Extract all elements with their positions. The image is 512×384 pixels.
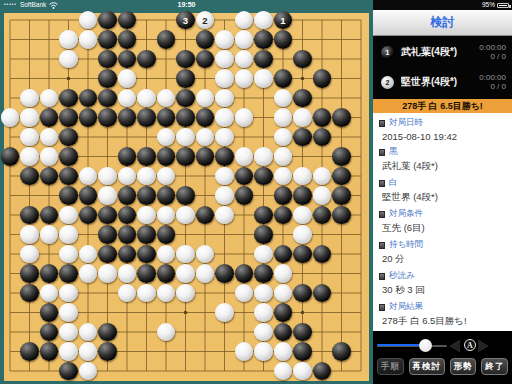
black-stone <box>40 342 59 361</box>
list-bullet-icon <box>379 180 385 187</box>
white-stone <box>137 89 156 108</box>
info-value: 武礼葉 (4段*) <box>382 160 512 173</box>
black-stone <box>196 30 215 49</box>
black-stone <box>157 108 176 127</box>
black-stone <box>137 225 156 244</box>
info-item: 対局結果278手 白 6.5目勝ち! <box>373 301 512 328</box>
info-item: 対局条件互先 (6目) <box>373 208 512 235</box>
black-stone <box>332 108 351 127</box>
white-stone <box>215 167 234 186</box>
black-stone <box>254 50 273 69</box>
white-stone <box>215 30 234 49</box>
black-stone <box>293 284 312 303</box>
result-banner: 278手 白 6.5目勝ち! <box>373 99 512 113</box>
white-stone <box>254 342 273 361</box>
white-stone <box>293 206 312 225</box>
list-bullet-icon <box>379 304 385 311</box>
black-stone <box>137 186 156 205</box>
player-clock: 0:00:00 0 / 0 <box>479 43 506 61</box>
black-stone <box>332 167 351 186</box>
white-stone <box>98 167 117 186</box>
info-value: 互先 (6目) <box>382 222 512 235</box>
white-stone <box>79 30 98 49</box>
info-item: 持ち時間20 分 <box>373 239 512 266</box>
white-stone <box>254 323 273 342</box>
white-stone <box>20 108 39 127</box>
black-stone <box>274 186 293 205</box>
black-stone <box>157 264 176 283</box>
panel-button-再検討[interactable]: 再検討 <box>409 358 445 375</box>
black-stone <box>118 186 137 205</box>
white-stone <box>137 167 156 186</box>
battery-icon <box>497 3 509 8</box>
go-board[interactable]: 321 <box>4 13 369 381</box>
black-stone <box>137 147 156 166</box>
autoplay-icon[interactable]: A <box>464 339 476 351</box>
black-stone <box>235 186 254 205</box>
black-stone <box>98 245 117 264</box>
black-stone <box>293 342 312 361</box>
white-stone <box>215 128 234 147</box>
white-stone <box>254 147 273 166</box>
black-stone <box>98 50 117 69</box>
black-stone <box>176 147 195 166</box>
black-stone <box>313 108 332 127</box>
black-stone <box>59 147 78 166</box>
black-stone <box>332 147 351 166</box>
white-stone <box>20 225 39 244</box>
white-stone <box>215 186 234 205</box>
white-stone <box>293 108 312 127</box>
black-stone <box>215 147 234 166</box>
white-stone <box>274 108 293 127</box>
black-stone <box>20 342 39 361</box>
white-stone <box>215 89 234 108</box>
black-stone <box>98 206 117 225</box>
black-stone <box>293 50 312 69</box>
info-value: 278手 白 6.5目勝ち! <box>382 315 512 328</box>
white-stone <box>59 284 78 303</box>
white-stone <box>235 30 254 49</box>
white-stone <box>235 342 254 361</box>
white-stone <box>20 128 39 147</box>
black-stone <box>274 69 293 88</box>
list-bullet-icon <box>379 242 385 249</box>
white-stone <box>254 284 273 303</box>
game-info-list: 対局日時2015-08-10 19:42黒武礼葉 (4段*)白堅世界 (4段*)… <box>373 113 512 331</box>
white-stone <box>196 264 215 283</box>
black-stone <box>157 147 176 166</box>
white-stone <box>20 245 39 264</box>
black-stone <box>137 245 156 264</box>
info-item: 秒読み30 秒 3 回 <box>373 270 512 297</box>
panel-title: 検討 <box>431 14 455 31</box>
app-screen: 321 検討 1 武礼葉(4段*) 0:00:00 0 / 0 2 堅世界(4段… <box>0 0 512 384</box>
white-stone <box>215 206 234 225</box>
black-stone <box>40 108 59 127</box>
black-stone <box>254 30 273 49</box>
black-stone <box>98 89 117 108</box>
info-label: 黒 <box>389 146 398 158</box>
white-stone <box>40 147 59 166</box>
black-stone <box>176 108 195 127</box>
slider-knob[interactable] <box>419 339 432 352</box>
battery-percent: 95% <box>482 0 495 10</box>
black-stone <box>293 89 312 108</box>
black-stone <box>176 89 195 108</box>
next-move-icon[interactable] <box>478 340 488 352</box>
white-stone <box>176 284 195 303</box>
white-stone <box>98 264 117 283</box>
white-stone <box>59 323 78 342</box>
black-stone <box>176 186 195 205</box>
black-stone <box>274 303 293 322</box>
black-stone-icon: 1 <box>381 46 394 59</box>
black-stone <box>196 147 215 166</box>
player-row-white: 2 堅世界(4段*) 0:00:00 0 / 0 <box>373 69 512 95</box>
black-stone <box>157 225 176 244</box>
white-stone <box>293 225 312 244</box>
white-stone <box>235 108 254 127</box>
prev-move-icon[interactable] <box>450 340 460 352</box>
info-value: 堅世界 (4段*) <box>382 191 512 204</box>
playback-bar: A 手順再検討形勢終了 <box>373 331 512 384</box>
white-stone <box>274 147 293 166</box>
move-number-label: 3 <box>183 15 188 26</box>
white-stone <box>59 225 78 244</box>
white-stone <box>59 342 78 361</box>
black-stone <box>137 108 156 127</box>
black-stone <box>98 225 117 244</box>
clock-label: 19:50 <box>0 0 373 10</box>
black-stone <box>137 264 156 283</box>
status-bar: ••••• SoftBank 19:50 95% <box>0 0 512 10</box>
info-label: 持ち時間 <box>389 239 423 251</box>
black-stone <box>293 323 312 342</box>
black-stone <box>118 147 137 166</box>
black-stone <box>79 186 98 205</box>
black-stone <box>196 108 215 127</box>
move-number-label: 1 <box>280 15 285 26</box>
white-stone <box>79 264 98 283</box>
black-stone <box>293 245 312 264</box>
info-label: 対局条件 <box>389 208 423 220</box>
black-stone <box>254 167 273 186</box>
black-stone <box>157 186 176 205</box>
white-stone-icon: 2 <box>381 76 394 89</box>
list-bullet-icon <box>379 211 385 218</box>
black-stone <box>40 264 59 283</box>
white-stone <box>215 303 234 322</box>
white-stone <box>59 303 78 322</box>
info-item: 白堅世界 (4段*) <box>373 177 512 204</box>
list-bullet-icon <box>379 273 385 280</box>
black-stone <box>137 50 156 69</box>
white-stone <box>215 108 234 127</box>
white-stone <box>59 50 78 69</box>
black-stone <box>98 30 117 49</box>
panel-button-終了[interactable]: 終了 <box>481 358 508 375</box>
white-stone <box>137 206 156 225</box>
white-stone <box>137 284 156 303</box>
black-stone <box>215 264 234 283</box>
white-stone <box>176 264 195 283</box>
black-stone <box>313 69 332 88</box>
black-stone <box>59 167 78 186</box>
list-bullet-icon <box>379 120 385 127</box>
black-stone <box>254 225 273 244</box>
white-stone <box>59 30 78 49</box>
black-stone <box>20 206 39 225</box>
battery-group: 95% <box>482 0 509 10</box>
black-stone <box>118 108 137 127</box>
info-item: 黒武礼葉 (4段*) <box>373 146 512 173</box>
white-stone <box>235 147 254 166</box>
panel-button-形勢[interactable]: 形勢 <box>450 358 477 375</box>
black-stone <box>59 128 78 147</box>
white-stone <box>118 264 137 283</box>
white-stone <box>40 225 59 244</box>
white-stone <box>59 245 78 264</box>
move-slider[interactable] <box>377 344 447 348</box>
white-stone <box>254 303 273 322</box>
white-stone <box>118 69 137 88</box>
player-clock: 0:00:00 0 / 0 <box>479 73 506 91</box>
white-stone <box>1 108 20 127</box>
black-stone <box>254 264 273 283</box>
players-section: 1 武礼葉(4段*) 0:00:00 0 / 0 2 堅世界(4段*) 0:00… <box>373 36 512 99</box>
white-stone <box>313 186 332 205</box>
black-stone <box>332 206 351 225</box>
black-stone <box>254 206 273 225</box>
black-stone <box>59 362 78 381</box>
black-stone <box>118 225 137 244</box>
black-stone <box>1 147 20 166</box>
info-item: 対局日時2015-08-10 19:42 <box>373 117 512 142</box>
black-stone <box>293 186 312 205</box>
list-bullet-icon <box>379 149 385 156</box>
board-pane: 321 <box>0 0 373 384</box>
panel-buttons: 手順再検討形勢終了 <box>373 358 512 375</box>
black-stone <box>98 342 117 361</box>
white-stone <box>79 342 98 361</box>
white-stone <box>293 362 312 381</box>
black-stone <box>98 108 117 127</box>
white-stone <box>59 206 78 225</box>
black-stone <box>235 264 254 283</box>
white-stone <box>254 11 273 30</box>
white-stone <box>274 342 293 361</box>
black-stone <box>79 108 98 127</box>
black-stone <box>118 30 137 49</box>
white-stone <box>176 128 195 147</box>
player-row-black: 1 武礼葉(4段*) 0:00:00 0 / 0 <box>373 39 512 65</box>
black-stone <box>59 108 78 127</box>
white-stone <box>215 50 234 69</box>
white-stone <box>235 69 254 88</box>
black-stone <box>176 50 195 69</box>
review-panel: 検討 1 武礼葉(4段*) 0:00:00 0 / 0 2 堅世界(4段*) 0… <box>373 0 512 384</box>
player-name: 武礼葉(4段*) <box>401 45 479 59</box>
black-stone: 3 <box>176 11 195 30</box>
panel-header: 検討 <box>373 10 512 36</box>
white-stone <box>274 264 293 283</box>
panel-button-手順[interactable]: 手順 <box>377 358 404 375</box>
white-stone <box>254 69 273 88</box>
black-stone <box>20 284 39 303</box>
player-name: 堅世界(4段*) <box>401 75 479 89</box>
info-label: 秒読み <box>389 270 415 282</box>
info-label: 対局日時 <box>389 117 423 129</box>
black-stone <box>59 186 78 205</box>
black-stone <box>20 264 39 283</box>
info-value: 30 秒 3 回 <box>382 284 512 297</box>
black-stone <box>157 30 176 49</box>
white-stone <box>215 69 234 88</box>
info-label: 対局結果 <box>389 301 423 313</box>
black-stone <box>274 30 293 49</box>
black-stone <box>176 69 195 88</box>
white-stone <box>293 167 312 186</box>
black-stone <box>40 303 59 322</box>
info-value: 2015-08-10 19:42 <box>382 131 512 142</box>
white-stone <box>176 206 195 225</box>
black-stone <box>59 89 78 108</box>
white-stone <box>20 147 39 166</box>
move-number-label: 2 <box>202 15 207 26</box>
white-stone <box>176 245 195 264</box>
black-stone <box>332 342 351 361</box>
white-stone <box>98 186 117 205</box>
black-stone <box>98 69 117 88</box>
white-stone <box>20 89 39 108</box>
white-stone <box>254 245 273 264</box>
black-stone <box>20 167 39 186</box>
black-stone <box>98 11 117 30</box>
black-stone <box>98 323 117 342</box>
black-stone <box>59 264 78 283</box>
info-label: 白 <box>389 177 398 189</box>
info-value: 20 分 <box>382 253 512 266</box>
black-stone <box>332 186 351 205</box>
black-stone <box>293 128 312 147</box>
